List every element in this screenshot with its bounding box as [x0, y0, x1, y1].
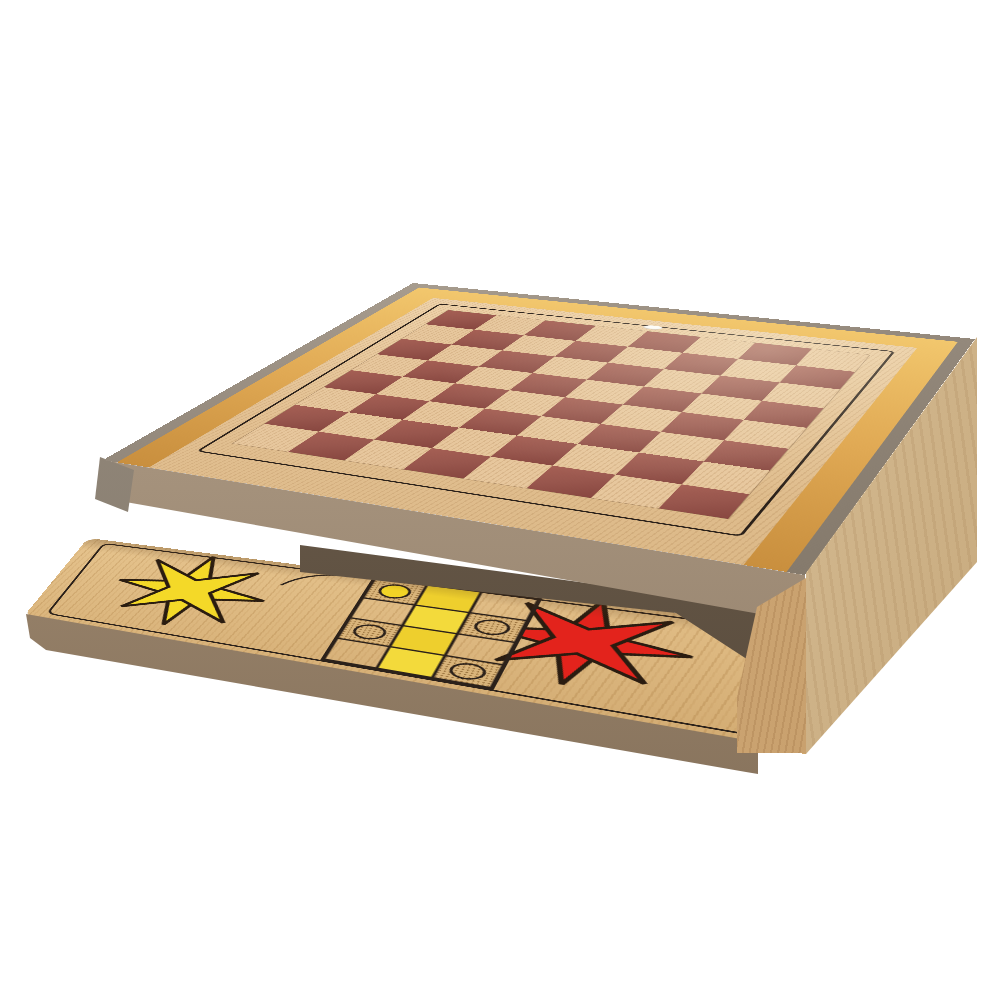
game-box-photo	[0, 0, 1000, 1000]
box-top-layer	[0, 0, 1000, 1000]
